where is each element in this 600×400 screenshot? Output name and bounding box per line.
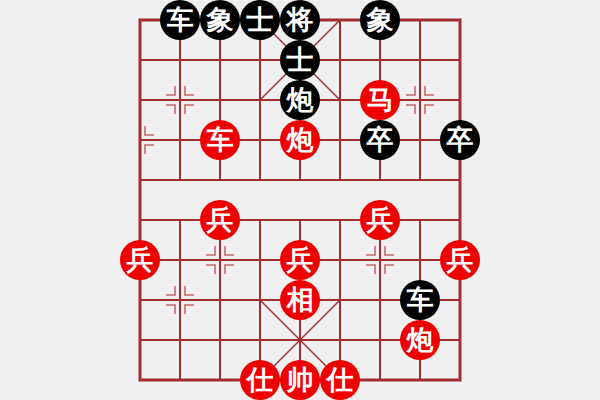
board-point: 将 (280, 0, 320, 40)
board-point: 象 (200, 0, 240, 40)
board-point: 兵 (440, 240, 480, 280)
board-point: 帅 (280, 360, 320, 400)
piece-black-elephant[interactable]: 象 (360, 0, 400, 40)
piece-red-general[interactable]: 帅 (280, 360, 320, 400)
board-point: 相 (280, 280, 320, 320)
board-point: 兵 (360, 200, 400, 240)
board-pieces: 车象士将象士炮马车炮卒卒兵兵兵兵兵相车炮仕帅仕 (120, 0, 480, 400)
piece-red-advisor[interactable]: 仕 (320, 360, 360, 400)
piece-red-soldier[interactable]: 兵 (280, 240, 320, 280)
board-point: 士 (280, 40, 320, 80)
piece-black-advisor[interactable]: 士 (280, 40, 320, 80)
piece-red-soldier[interactable]: 兵 (360, 200, 400, 240)
piece-black-soldier[interactable]: 卒 (360, 120, 400, 160)
piece-black-chariot[interactable]: 车 (400, 280, 440, 320)
board-point: 马 (360, 80, 400, 120)
board-point: 卒 (360, 120, 400, 160)
piece-red-horse[interactable]: 马 (360, 80, 400, 120)
board-point: 士 (240, 0, 280, 40)
board-point: 炮 (280, 120, 320, 160)
board-point: 车 (400, 280, 440, 320)
board-point: 仕 (320, 360, 360, 400)
piece-black-elephant[interactable]: 象 (200, 0, 240, 40)
piece-red-advisor[interactable]: 仕 (240, 360, 280, 400)
piece-red-soldier[interactable]: 兵 (200, 200, 240, 240)
board-point: 卒 (440, 120, 480, 160)
piece-red-cannon[interactable]: 炮 (400, 320, 440, 360)
xiangqi-board: 车象士将象士炮马车炮卒卒兵兵兵兵兵相车炮仕帅仕 (0, 0, 600, 400)
board-point: 仕 (240, 360, 280, 400)
board-point: 兵 (120, 240, 160, 280)
board-point: 炮 (400, 320, 440, 360)
board-point: 象 (360, 0, 400, 40)
piece-black-chariot[interactable]: 车 (160, 0, 200, 40)
piece-red-soldier[interactable]: 兵 (120, 240, 160, 280)
board-point: 车 (160, 0, 200, 40)
piece-red-soldier[interactable]: 兵 (440, 240, 480, 280)
board-point: 兵 (280, 240, 320, 280)
piece-red-chariot[interactable]: 车 (200, 120, 240, 160)
board-point: 兵 (200, 200, 240, 240)
piece-red-cannon[interactable]: 炮 (280, 120, 320, 160)
piece-black-advisor[interactable]: 士 (240, 0, 280, 40)
piece-black-soldier[interactable]: 卒 (440, 120, 480, 160)
piece-black-cannon[interactable]: 炮 (280, 80, 320, 120)
board-point: 车 (200, 120, 240, 160)
piece-black-general[interactable]: 将 (280, 0, 320, 40)
piece-red-elephant[interactable]: 相 (280, 280, 320, 320)
board-point: 炮 (280, 80, 320, 120)
